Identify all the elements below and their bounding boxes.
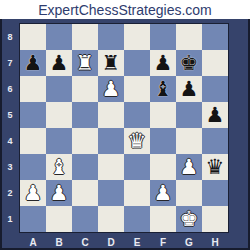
square-b8: [46, 24, 72, 50]
square-h8: [202, 24, 228, 50]
square-a3: [20, 154, 46, 180]
square-c2: [72, 180, 98, 206]
square-g2: [176, 180, 202, 206]
board-frame: 87654321 ♟♟♜♜♟♚♟♝♟♟♛♝♟♛♟♟♟♚ ABCDEFGH: [0, 19, 250, 250]
square-c8: [72, 24, 98, 50]
square-a8: [20, 24, 46, 50]
file-label-g: G: [176, 235, 202, 249]
piece-white-bishop: ♝: [50, 154, 69, 180]
square-b1: [46, 206, 72, 232]
square-d8: [98, 24, 124, 50]
file-label-a: A: [20, 235, 46, 249]
square-f7: ♟: [150, 50, 176, 76]
file-label-d: D: [98, 235, 124, 249]
square-d1: [98, 206, 124, 232]
square-c6: [72, 76, 98, 102]
rank-label-8: 8: [0, 24, 20, 50]
piece-white-rook: ♜: [76, 50, 95, 76]
square-g6: ♟: [176, 76, 202, 102]
square-e2: [124, 180, 150, 206]
square-b7: ♟: [46, 50, 72, 76]
square-d4: [98, 128, 124, 154]
square-d2: [98, 180, 124, 206]
rank-label-2: 2: [0, 180, 20, 206]
square-g4: [176, 128, 202, 154]
rank-label-3: 3: [0, 154, 20, 180]
rank-label-5: 5: [0, 102, 20, 128]
square-g8: [176, 24, 202, 50]
chess-board: ♟♟♜♜♟♚♟♝♟♟♛♝♟♛♟♟♟♚: [20, 24, 228, 232]
square-e4: ♛: [124, 128, 150, 154]
square-e1: [124, 206, 150, 232]
square-e5: [124, 102, 150, 128]
piece-white-pawn: ♟: [24, 180, 43, 206]
square-f3: [150, 154, 176, 180]
piece-black-pawn: ♟: [206, 102, 225, 128]
piece-white-pawn: ♟: [102, 76, 121, 102]
square-h7: [202, 50, 228, 76]
square-b3: ♝: [46, 154, 72, 180]
site-title-bar: ExpertChessStrategies.com: [0, 0, 250, 19]
square-c7: ♜: [72, 50, 98, 76]
square-d7: ♜: [98, 50, 124, 76]
square-c5: [72, 102, 98, 128]
square-e7: [124, 50, 150, 76]
square-h2: [202, 180, 228, 206]
square-a7: ♟: [20, 50, 46, 76]
square-c3: [72, 154, 98, 180]
square-g5: [176, 102, 202, 128]
square-h1: [202, 206, 228, 232]
piece-black-king: ♚: [180, 50, 199, 76]
square-e8: [124, 24, 150, 50]
square-c1: [72, 206, 98, 232]
piece-black-queen: ♛: [206, 154, 225, 180]
piece-black-pawn: ♟: [50, 50, 69, 76]
square-e3: [124, 154, 150, 180]
square-d6: ♟: [98, 76, 124, 102]
square-h4: [202, 128, 228, 154]
square-f8: [150, 24, 176, 50]
square-g1: ♚: [176, 206, 202, 232]
square-d5: [98, 102, 124, 128]
square-f4: [150, 128, 176, 154]
file-label-c: C: [72, 235, 98, 249]
piece-black-pawn: ♟: [154, 50, 173, 76]
piece-black-rook: ♜: [102, 50, 121, 76]
rank-label-6: 6: [0, 76, 20, 102]
square-a5: [20, 102, 46, 128]
rank-label-7: 7: [0, 50, 20, 76]
square-g7: ♚: [176, 50, 202, 76]
piece-white-pawn: ♟: [180, 154, 199, 180]
square-h6: [202, 76, 228, 102]
piece-black-pawn: ♟: [24, 50, 43, 76]
square-h3: ♛: [202, 154, 228, 180]
file-label-h: H: [202, 235, 228, 249]
site-title: ExpertChessStrategies.com: [38, 2, 212, 18]
file-label-f: F: [150, 235, 176, 249]
square-b2: ♟: [46, 180, 72, 206]
piece-white-king: ♚: [180, 206, 199, 232]
square-h5: ♟: [202, 102, 228, 128]
square-f5: [150, 102, 176, 128]
square-a4: [20, 128, 46, 154]
rank-label-1: 1: [0, 206, 20, 232]
square-f2: ♟: [150, 180, 176, 206]
square-a6: [20, 76, 46, 102]
square-c4: [72, 128, 98, 154]
file-label-b: B: [46, 235, 72, 249]
square-b5: [46, 102, 72, 128]
square-e6: [124, 76, 150, 102]
rank-label-4: 4: [0, 128, 20, 154]
square-f6: ♝: [150, 76, 176, 102]
file-labels: ABCDEFGH: [20, 235, 228, 249]
square-b6: [46, 76, 72, 102]
square-a1: [20, 206, 46, 232]
square-d3: [98, 154, 124, 180]
square-g3: ♟: [176, 154, 202, 180]
piece-white-queen: ♛: [128, 128, 147, 154]
rank-labels: 87654321: [0, 24, 20, 232]
square-a2: ♟: [20, 180, 46, 206]
piece-black-bishop: ♝: [154, 76, 173, 102]
file-label-e: E: [124, 235, 150, 249]
square-f1: [150, 206, 176, 232]
piece-black-pawn: ♟: [180, 76, 199, 102]
square-b4: [46, 128, 72, 154]
piece-white-pawn: ♟: [50, 180, 69, 206]
piece-white-pawn: ♟: [154, 180, 173, 206]
